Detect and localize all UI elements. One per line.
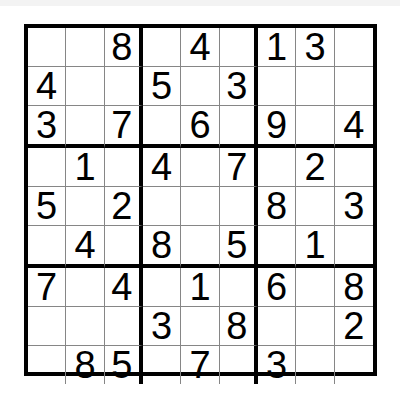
cell-r1c9[interactable] [335, 28, 373, 67]
cell-r9c2[interactable]: 8 [66, 346, 104, 384]
cell-r8c3[interactable] [105, 307, 143, 346]
cell-r8c6[interactable]: 8 [220, 307, 258, 346]
cell-r9c6[interactable] [220, 346, 258, 384]
cell-r1c2[interactable] [66, 28, 104, 67]
cell-r5c6[interactable] [220, 187, 258, 226]
cell-r7c5[interactable]: 1 [181, 268, 219, 307]
cell-r8c1[interactable] [28, 307, 66, 346]
sudoku-board: 841345337694147252834851741683828573 [24, 24, 377, 376]
cell-r5c2[interactable] [66, 187, 104, 226]
cell-r7c3[interactable]: 4 [105, 268, 143, 307]
cell-r5c8[interactable] [296, 187, 334, 226]
cell-r3c6[interactable] [220, 106, 258, 148]
cell-r9c9[interactable] [335, 346, 373, 384]
cell-r7c9[interactable]: 8 [335, 268, 373, 307]
cell-r5c1[interactable]: 5 [28, 187, 66, 226]
top-edge-strip [0, 0, 400, 6]
cell-r7c4[interactable] [143, 268, 181, 307]
cell-r6c9[interactable] [335, 226, 373, 268]
cell-r4c1[interactable] [28, 148, 66, 187]
cell-r2c1[interactable]: 4 [28, 67, 66, 106]
cell-r6c3[interactable] [105, 226, 143, 268]
cell-r9c7[interactable]: 3 [258, 346, 296, 384]
cell-r3c2[interactable] [66, 106, 104, 148]
cell-r4c5[interactable] [181, 148, 219, 187]
cell-r4c8[interactable]: 2 [296, 148, 334, 187]
cell-r9c3[interactable]: 5 [105, 346, 143, 384]
cell-r4c7[interactable] [258, 148, 296, 187]
cell-r9c5[interactable]: 7 [181, 346, 219, 384]
cell-r3c8[interactable] [296, 106, 334, 148]
cell-r4c9[interactable] [335, 148, 373, 187]
cell-r6c1[interactable] [28, 226, 66, 268]
cell-r5c7[interactable]: 8 [258, 187, 296, 226]
cell-r3c9[interactable]: 4 [335, 106, 373, 148]
cell-r9c4[interactable] [143, 346, 181, 384]
cell-r8c2[interactable] [66, 307, 104, 346]
cell-r8c4[interactable]: 3 [143, 307, 181, 346]
cell-r2c7[interactable] [258, 67, 296, 106]
cell-r3c1[interactable]: 3 [28, 106, 66, 148]
cell-r8c5[interactable] [181, 307, 219, 346]
cell-r4c6[interactable]: 7 [220, 148, 258, 187]
cell-r2c9[interactable] [335, 67, 373, 106]
cell-r1c3[interactable]: 8 [105, 28, 143, 67]
cell-r1c1[interactable] [28, 28, 66, 67]
cell-r3c5[interactable]: 6 [181, 106, 219, 148]
cell-r7c1[interactable]: 7 [28, 268, 66, 307]
cell-r1c4[interactable] [143, 28, 181, 67]
cell-r7c8[interactable] [296, 268, 334, 307]
cell-r3c3[interactable]: 7 [105, 106, 143, 148]
cell-r7c2[interactable] [66, 268, 104, 307]
cell-r8c7[interactable] [258, 307, 296, 346]
cell-r4c3[interactable] [105, 148, 143, 187]
cell-r9c1[interactable] [28, 346, 66, 384]
cell-r8c9[interactable]: 2 [335, 307, 373, 346]
cell-r1c6[interactable] [220, 28, 258, 67]
cell-r2c3[interactable] [105, 67, 143, 106]
cell-r5c4[interactable] [143, 187, 181, 226]
cell-r2c5[interactable] [181, 67, 219, 106]
cell-r7c6[interactable] [220, 268, 258, 307]
cell-r2c4[interactable]: 5 [143, 67, 181, 106]
cell-r2c6[interactable]: 3 [220, 67, 258, 106]
cell-r5c3[interactable]: 2 [105, 187, 143, 226]
cell-r6c7[interactable] [258, 226, 296, 268]
cell-r2c2[interactable] [66, 67, 104, 106]
cell-r6c5[interactable] [181, 226, 219, 268]
cell-r1c8[interactable]: 3 [296, 28, 334, 67]
cell-r4c4[interactable]: 4 [143, 148, 181, 187]
cell-r5c5[interactable] [181, 187, 219, 226]
cell-r1c5[interactable]: 4 [181, 28, 219, 67]
cell-r3c7[interactable]: 9 [258, 106, 296, 148]
cell-r6c4[interactable]: 8 [143, 226, 181, 268]
cell-r8c8[interactable] [296, 307, 334, 346]
cell-r6c2[interactable]: 4 [66, 226, 104, 268]
cell-r2c8[interactable] [296, 67, 334, 106]
cell-r7c7[interactable]: 6 [258, 268, 296, 307]
cell-r9c8[interactable] [296, 346, 334, 384]
cell-r6c6[interactable]: 5 [220, 226, 258, 268]
cell-r3c4[interactable] [143, 106, 181, 148]
cell-r1c7[interactable]: 1 [258, 28, 296, 67]
cell-r6c8[interactable]: 1 [296, 226, 334, 268]
cell-r4c2[interactable]: 1 [66, 148, 104, 187]
cell-r5c9[interactable]: 3 [335, 187, 373, 226]
